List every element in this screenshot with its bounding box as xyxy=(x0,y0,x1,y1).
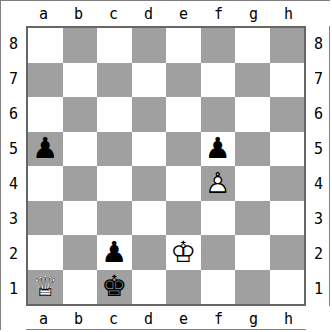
rank-label-5: 5 xyxy=(1,131,26,166)
piece-outline: ♕ xyxy=(28,270,63,305)
square-g7[interactable] xyxy=(235,63,270,98)
square-c4[interactable] xyxy=(97,166,132,201)
rank-label-7: 7 xyxy=(1,61,26,96)
square-g2[interactable] xyxy=(235,235,270,270)
file-label-e: e xyxy=(166,306,201,330)
file-label-g: g xyxy=(236,306,271,330)
square-e8[interactable] xyxy=(166,28,201,63)
square-a6[interactable] xyxy=(28,97,63,132)
corner-top-right xyxy=(306,1,331,26)
file-label-b: b xyxy=(61,1,96,26)
square-d1[interactable] xyxy=(132,270,167,305)
rank-labels-left: 87654321 xyxy=(1,26,26,306)
square-e6[interactable] xyxy=(166,97,201,132)
square-h3[interactable] xyxy=(270,201,305,236)
square-d4[interactable] xyxy=(132,166,167,201)
file-label-d: d xyxy=(131,306,166,330)
rank-label-2: 2 xyxy=(306,236,331,271)
rank-label-7: 7 xyxy=(306,61,331,96)
square-b6[interactable] xyxy=(63,97,98,132)
chess-board: ♟♟♟♙♟♚♔♛♕♚ xyxy=(26,26,306,306)
square-a3[interactable] xyxy=(28,201,63,236)
square-b1[interactable] xyxy=(63,270,98,305)
square-d6[interactable] xyxy=(132,97,167,132)
square-a5[interactable]: ♟ xyxy=(28,132,63,167)
file-label-f: f xyxy=(201,306,236,330)
file-label-h: h xyxy=(271,306,306,330)
rank-label-4: 4 xyxy=(1,166,26,201)
square-b8[interactable] xyxy=(63,28,98,63)
square-a8[interactable] xyxy=(28,28,63,63)
square-f5[interactable]: ♟ xyxy=(201,132,236,167)
square-a1[interactable]: ♛♕ xyxy=(28,270,63,305)
square-h6[interactable] xyxy=(270,97,305,132)
rank-label-6: 6 xyxy=(306,96,331,131)
rank-labels-right: 87654321 xyxy=(306,26,331,306)
file-label-c: c xyxy=(96,1,131,26)
square-e7[interactable] xyxy=(166,63,201,98)
piece-white-pawn[interactable]: ♟♙ xyxy=(201,166,236,201)
square-c1[interactable]: ♚ xyxy=(97,270,132,305)
chess-diagram: abcdefgh 87654321 ♟♟♟♙♟♚♔♛♕♚ 87654321 ab… xyxy=(0,0,330,330)
square-g6[interactable] xyxy=(235,97,270,132)
square-d3[interactable] xyxy=(132,201,167,236)
square-e4[interactable] xyxy=(166,166,201,201)
corner-top-left xyxy=(1,1,26,26)
piece-body: ♟ xyxy=(97,235,132,270)
file-labels-top: abcdefgh xyxy=(26,1,306,26)
square-e1[interactable] xyxy=(166,270,201,305)
square-c3[interactable] xyxy=(97,201,132,236)
square-b3[interactable] xyxy=(63,201,98,236)
corner-bottom-left xyxy=(1,306,26,330)
square-c8[interactable] xyxy=(97,28,132,63)
square-h5[interactable] xyxy=(270,132,305,167)
rank-label-8: 8 xyxy=(306,26,331,61)
file-label-h: h xyxy=(271,1,306,26)
square-e2[interactable]: ♚♔ xyxy=(166,235,201,270)
square-f8[interactable] xyxy=(201,28,236,63)
square-d5[interactable] xyxy=(132,132,167,167)
file-label-a: a xyxy=(26,306,61,330)
square-g1[interactable] xyxy=(235,270,270,305)
piece-body: ♟ xyxy=(201,132,236,167)
square-e3[interactable] xyxy=(166,201,201,236)
rank-label-1: 1 xyxy=(306,271,331,306)
square-b4[interactable] xyxy=(63,166,98,201)
square-d2[interactable] xyxy=(132,235,167,270)
piece-black-pawn[interactable]: ♟ xyxy=(201,132,236,167)
file-label-d: d xyxy=(131,1,166,26)
piece-outline: ♙ xyxy=(201,166,236,201)
square-b7[interactable] xyxy=(63,63,98,98)
file-label-b: b xyxy=(61,306,96,330)
file-label-a: a xyxy=(26,1,61,26)
square-h1[interactable] xyxy=(270,270,305,305)
square-a4[interactable] xyxy=(28,166,63,201)
file-label-g: g xyxy=(236,1,271,26)
square-d8[interactable] xyxy=(132,28,167,63)
square-f3[interactable] xyxy=(201,201,236,236)
square-e5[interactable] xyxy=(166,132,201,167)
rank-label-2: 2 xyxy=(1,236,26,271)
square-b2[interactable] xyxy=(63,235,98,270)
square-g4[interactable] xyxy=(235,166,270,201)
rank-label-5: 5 xyxy=(306,131,331,166)
square-a7[interactable] xyxy=(28,63,63,98)
square-c5[interactable] xyxy=(97,132,132,167)
square-f4[interactable]: ♟♙ xyxy=(201,166,236,201)
piece-outline: ♔ xyxy=(166,235,201,270)
piece-white-queen[interactable]: ♛♕ xyxy=(28,270,63,305)
square-g5[interactable] xyxy=(235,132,270,167)
corner-bottom-right xyxy=(306,306,331,330)
rank-label-1: 1 xyxy=(1,271,26,306)
file-label-f: f xyxy=(201,1,236,26)
square-g3[interactable] xyxy=(235,201,270,236)
square-c6[interactable] xyxy=(97,97,132,132)
square-g8[interactable] xyxy=(235,28,270,63)
square-f1[interactable] xyxy=(201,270,236,305)
piece-black-pawn[interactable]: ♟ xyxy=(97,235,132,270)
piece-body: ♟ xyxy=(28,132,63,167)
square-h8[interactable] xyxy=(270,28,305,63)
rank-label-3: 3 xyxy=(1,201,26,236)
rank-label-3: 3 xyxy=(306,201,331,236)
piece-body: ♚ xyxy=(97,270,132,305)
file-label-e: e xyxy=(166,1,201,26)
piece-black-pawn[interactable]: ♟ xyxy=(28,132,63,167)
rank-label-4: 4 xyxy=(306,166,331,201)
square-c2[interactable]: ♟ xyxy=(97,235,132,270)
square-b5[interactable] xyxy=(63,132,98,167)
file-label-c: c xyxy=(96,306,131,330)
square-h4[interactable] xyxy=(270,166,305,201)
square-a2[interactable] xyxy=(28,235,63,270)
square-c7[interactable] xyxy=(97,63,132,98)
piece-black-king[interactable]: ♚ xyxy=(97,270,132,305)
square-f2[interactable] xyxy=(201,235,236,270)
square-f7[interactable] xyxy=(201,63,236,98)
rank-label-8: 8 xyxy=(1,26,26,61)
square-d7[interactable] xyxy=(132,63,167,98)
square-h2[interactable] xyxy=(270,235,305,270)
square-f6[interactable] xyxy=(201,97,236,132)
file-labels-bottom: abcdefgh xyxy=(26,306,306,330)
piece-white-king[interactable]: ♚♔ xyxy=(166,235,201,270)
rank-label-6: 6 xyxy=(1,96,26,131)
square-h7[interactable] xyxy=(270,63,305,98)
